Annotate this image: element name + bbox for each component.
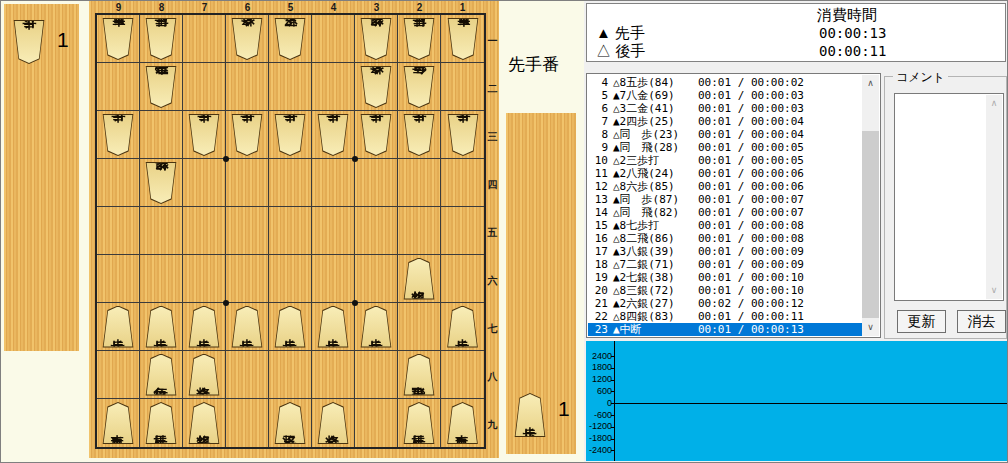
square-5九[interactable]: 玉将 xyxy=(269,399,312,447)
piece-face: 歩兵 xyxy=(317,307,349,347)
piece-face: 歩兵 xyxy=(102,115,134,155)
rank-label-八: 八 xyxy=(486,370,499,384)
move-time: 00:02 / 00:00:12 xyxy=(698,297,804,310)
move-time: 00:01 / 00:00:04 xyxy=(698,128,804,141)
piece-sente-歩兵[interactable]: 歩兵 xyxy=(273,306,307,348)
square-7五[interactable] xyxy=(183,207,226,255)
move-number: 12 xyxy=(588,180,608,193)
move-number: 11 xyxy=(588,167,608,180)
piece-gote-歩兵-in-hand[interactable]: 歩兵 xyxy=(12,20,46,64)
square-3五[interactable] xyxy=(355,207,398,255)
piece-face: 飛車 xyxy=(403,355,435,395)
move-number: 6 xyxy=(588,102,608,115)
piece-face: 香車 xyxy=(447,19,479,59)
piece-sente-角行[interactable]: 角行 xyxy=(144,354,178,396)
scroll-down-icon[interactable]: ∨ xyxy=(986,282,1002,299)
time-panel: 消費時間 ▲ 先手 00:00:13 △ 後手 00:00:11 xyxy=(586,3,1006,62)
square-2七[interactable] xyxy=(398,303,441,351)
move-row-14[interactable]: 14△同 飛(82)00:01 / 00:00:07 xyxy=(588,206,862,219)
piece-face: 銀将 xyxy=(188,403,220,443)
square-4八[interactable] xyxy=(312,351,355,399)
comment-scrollbar[interactable]: ∧ ∨ xyxy=(986,95,1002,299)
piece-sente-桂馬[interactable]: 桂馬 xyxy=(402,402,436,444)
board-grid: 香車桂馬金将王将銀将桂馬香車飛車金将角行歩兵歩兵歩兵歩兵歩兵歩兵歩兵歩兵銀将銀将… xyxy=(95,13,486,449)
square-6三[interactable]: 歩兵 xyxy=(226,111,269,159)
move-text: △8四銀(83) xyxy=(613,310,675,323)
move-time: 00:01 / 00:00:02 xyxy=(698,76,804,89)
rank-label-七: 七 xyxy=(486,322,499,336)
graph-tick-mark xyxy=(611,415,614,416)
move-text: △同 歩(23) xyxy=(613,128,679,141)
piece-face: 金将 xyxy=(188,355,220,395)
square-5三[interactable]: 歩兵 xyxy=(269,111,312,159)
piece-sente-歩兵-in-hand[interactable]: 歩兵 xyxy=(513,393,547,437)
move-text: △3二金(41) xyxy=(613,102,675,115)
move-number: 5 xyxy=(588,89,608,102)
move-number: 15 xyxy=(588,219,608,232)
piece-face: 歩兵 xyxy=(447,307,479,347)
piece-face: 歩兵 xyxy=(231,115,263,155)
square-9四[interactable] xyxy=(97,159,140,207)
square-1八[interactable] xyxy=(441,351,484,399)
square-7六[interactable] xyxy=(183,255,226,303)
square-3八[interactable] xyxy=(355,351,398,399)
piece-face: 銀将 xyxy=(403,259,435,299)
graph-tick-label--1800: -1800 xyxy=(586,434,612,443)
square-1二[interactable] xyxy=(441,63,484,111)
square-3九[interactable] xyxy=(355,399,398,447)
square-6八[interactable] xyxy=(226,351,269,399)
comment-group: コメント ∧ ∨ 更新 消去 xyxy=(884,76,1007,339)
square-8八[interactable]: 角行 xyxy=(140,351,183,399)
time-panel-title: 消費時間 xyxy=(817,6,877,25)
square-3二[interactable]: 金将 xyxy=(355,63,398,111)
move-text: ▲2八飛(24) xyxy=(613,167,675,180)
move-time: 00:01 / 00:00:06 xyxy=(698,180,804,193)
piece-sente-歩兵[interactable]: 歩兵 xyxy=(230,306,264,348)
piece-face: 歩兵 xyxy=(102,307,134,347)
piece-face: 歩兵 xyxy=(13,21,45,63)
square-9三[interactable]: 歩兵 xyxy=(97,111,140,159)
piece-face: 桂馬 xyxy=(145,403,177,443)
square-2六[interactable]: 銀将 xyxy=(398,255,441,303)
move-text: ▲3八銀(39) xyxy=(613,245,675,258)
piece-sente-銀将[interactable]: 銀将 xyxy=(402,258,436,300)
piece-sente-金将[interactable]: 金将 xyxy=(187,354,221,396)
move-number: 4 xyxy=(588,76,608,89)
piece-face: 角行 xyxy=(403,67,435,107)
piece-face: 金将 xyxy=(231,19,263,59)
hoshi-dot xyxy=(223,156,229,162)
graph-tick-label-1200: 1200 xyxy=(586,375,612,384)
square-6六[interactable] xyxy=(226,255,269,303)
square-3四[interactable] xyxy=(355,159,398,207)
move-number: 23 xyxy=(588,323,608,336)
square-9二[interactable] xyxy=(97,63,140,111)
square-2八[interactable]: 飛車 xyxy=(398,351,441,399)
move-text: △8六歩(85) xyxy=(613,180,675,193)
shogi-board: 987654321 一二三四五六七八九 香車桂馬金将王将銀将桂馬香車飛車金将角行… xyxy=(89,1,499,458)
piece-gote-香車[interactable]: 香車 xyxy=(101,18,135,60)
piece-face: 金将 xyxy=(317,403,349,443)
piece-face: 歩兵 xyxy=(403,115,435,155)
move-number: 18 xyxy=(588,258,608,271)
rank-label-九: 九 xyxy=(486,418,499,432)
graph-tick-mark xyxy=(611,391,614,392)
piece-face: 歩兵 xyxy=(274,115,306,155)
turn-indicator: 先手番 xyxy=(508,53,559,76)
piece-face: 飛車 xyxy=(145,67,177,107)
move-row-16[interactable]: 16△8二飛(86)00:01 / 00:00:08 xyxy=(588,232,862,245)
square-6二[interactable] xyxy=(226,63,269,111)
piece-face: 歩兵 xyxy=(360,307,392,347)
square-7九[interactable]: 銀将 xyxy=(183,399,226,447)
move-row-6[interactable]: 6△3二金(41)00:01 / 00:00:03 xyxy=(588,102,862,115)
move-number: 8 xyxy=(588,128,608,141)
square-1一[interactable]: 香車 xyxy=(441,15,484,63)
move-text: ▲2七銀(38) xyxy=(613,271,675,284)
move-text: ▲中断 xyxy=(613,323,642,336)
square-7七[interactable]: 歩兵 xyxy=(183,303,226,351)
hoshi-dot xyxy=(223,300,229,306)
move-text: ▲同 歩(87) xyxy=(613,193,679,206)
graph-tick-label-2400: 2400 xyxy=(586,352,612,361)
piece-face: 歩兵 xyxy=(145,307,177,347)
move-row-18[interactable]: 18△7二銀(71)00:01 / 00:00:09 xyxy=(588,258,862,271)
move-time: 00:01 / 00:00:11 xyxy=(698,310,804,323)
graph-tick-label--2400: -2400 xyxy=(586,446,612,455)
move-number: 22 xyxy=(588,310,608,323)
piece-gote-銀将[interactable]: 銀将 xyxy=(144,162,178,204)
move-text: ▲2六銀(27) xyxy=(613,297,675,310)
piece-gote-歩兵[interactable]: 歩兵 xyxy=(273,114,307,156)
update-button[interactable]: 更新 xyxy=(897,310,946,333)
hoshi-dot xyxy=(352,300,358,306)
piece-face: 香車 xyxy=(447,403,479,443)
move-time: 00:01 / 00:00:13 xyxy=(698,323,804,336)
move-row-7[interactable]: 7▲2四歩(25)00:01 / 00:00:04 xyxy=(588,115,862,128)
piece-gote-香車[interactable]: 香車 xyxy=(446,18,480,60)
move-text: ▲8七歩打 xyxy=(613,219,659,232)
scroll-up-icon[interactable]: ∧ xyxy=(862,75,879,92)
square-4一[interactable] xyxy=(312,15,355,63)
square-9六[interactable] xyxy=(97,255,140,303)
square-1四[interactable] xyxy=(441,159,484,207)
piece-gote-桂馬[interactable]: 桂馬 xyxy=(402,18,436,60)
piece-face: 王将 xyxy=(274,19,306,59)
square-4九[interactable]: 金将 xyxy=(312,399,355,447)
square-5五[interactable] xyxy=(269,207,312,255)
move-time: 00:01 / 00:00:05 xyxy=(698,154,804,167)
move-time: 00:01 / 00:00:03 xyxy=(698,102,804,115)
square-7三[interactable]: 歩兵 xyxy=(183,111,226,159)
sente-hand-count: 1 xyxy=(558,397,570,421)
move-row-11[interactable]: 11▲2八飛(24)00:01 / 00:00:06 xyxy=(588,167,862,180)
piece-sente-香車[interactable]: 香車 xyxy=(101,402,135,444)
move-text: ▲2四歩(25) xyxy=(613,115,675,128)
move-time: 00:01 / 00:00:08 xyxy=(698,232,804,245)
square-8一[interactable]: 桂馬 xyxy=(140,15,183,63)
move-row-10[interactable]: 10△2三歩打00:01 / 00:00:05 xyxy=(588,154,862,167)
piece-face: 桂馬 xyxy=(145,19,177,59)
square-1九[interactable]: 香車 xyxy=(441,399,484,447)
square-8二[interactable]: 飛車 xyxy=(140,63,183,111)
clear-button[interactable]: 消去 xyxy=(957,310,1006,333)
square-1六[interactable] xyxy=(441,255,484,303)
gote-time-value: 00:00:11 xyxy=(819,43,886,59)
move-list-scrollbar[interactable]: ∧ ∨ xyxy=(862,75,879,336)
square-9七[interactable]: 歩兵 xyxy=(97,303,140,351)
piece-face: 歩兵 xyxy=(514,394,546,436)
piece-face: 桂馬 xyxy=(403,19,435,59)
piece-gote-角行[interactable]: 角行 xyxy=(402,66,436,108)
square-9八[interactable] xyxy=(97,351,140,399)
graph-tick-label-600: 600 xyxy=(586,387,612,396)
graph-tick-mark xyxy=(611,450,614,451)
piece-sente-歩兵[interactable]: 歩兵 xyxy=(101,306,135,348)
square-2五[interactable] xyxy=(398,207,441,255)
board-area: 歩兵 1 987654321 一二三四五六七八九 香車桂馬金将王将銀将桂馬香車飛… xyxy=(1,1,584,462)
piece-gote-桂馬[interactable]: 桂馬 xyxy=(144,18,178,60)
move-text: △8三銀(72) xyxy=(613,284,675,297)
piece-sente-飛車[interactable]: 飛車 xyxy=(402,354,436,396)
move-row-15[interactable]: 15▲8七歩打00:01 / 00:00:08 xyxy=(588,219,862,232)
piece-sente-香車[interactable]: 香車 xyxy=(446,402,480,444)
square-1七[interactable]: 歩兵 xyxy=(441,303,484,351)
piece-face: 角行 xyxy=(145,355,177,395)
piece-face: 歩兵 xyxy=(231,307,263,347)
square-9五[interactable] xyxy=(97,207,140,255)
square-7八[interactable]: 金将 xyxy=(183,351,226,399)
square-2三[interactable]: 歩兵 xyxy=(398,111,441,159)
scroll-down-icon[interactable]: ∨ xyxy=(862,319,879,336)
square-7二[interactable] xyxy=(183,63,226,111)
move-row-5[interactable]: 5▲7八金(69)00:01 / 00:00:03 xyxy=(588,89,862,102)
rank-label-三: 三 xyxy=(486,130,499,144)
square-2四[interactable] xyxy=(398,159,441,207)
move-time: 00:01 / 00:00:06 xyxy=(698,167,804,180)
graph-tick-label-0: 0 xyxy=(586,399,612,408)
move-text: ▲7八金(69) xyxy=(613,89,675,102)
square-2九[interactable]: 桂馬 xyxy=(398,399,441,447)
move-number: 7 xyxy=(588,115,608,128)
square-4三[interactable]: 歩兵 xyxy=(312,111,355,159)
square-8五[interactable] xyxy=(140,207,183,255)
square-6七[interactable]: 歩兵 xyxy=(226,303,269,351)
square-4七[interactable]: 歩兵 xyxy=(312,303,355,351)
square-7一[interactable] xyxy=(183,15,226,63)
graph-tick-mark xyxy=(611,439,614,440)
square-1五[interactable] xyxy=(441,207,484,255)
square-8九[interactable]: 桂馬 xyxy=(140,399,183,447)
move-row-17[interactable]: 17▲3八銀(39)00:01 / 00:00:09 xyxy=(588,245,862,258)
piece-gote-歩兵[interactable]: 歩兵 xyxy=(316,114,350,156)
piece-face: 歩兵 xyxy=(274,307,306,347)
scroll-up-icon[interactable]: ∧ xyxy=(986,95,1002,112)
graph-tick-mark xyxy=(611,403,614,404)
move-text: △同 飛(82) xyxy=(613,206,679,219)
square-6四[interactable] xyxy=(226,159,269,207)
graph-tick-label-1800: 1800 xyxy=(586,363,612,372)
piece-face: 歩兵 xyxy=(447,115,479,155)
piece-face: 銀将 xyxy=(360,19,392,59)
move-time: 00:01 / 00:00:09 xyxy=(698,258,804,271)
move-time: 00:01 / 00:00:09 xyxy=(698,245,804,258)
piece-face: 桂馬 xyxy=(403,403,435,443)
piece-gote-王将[interactable]: 王将 xyxy=(273,18,307,60)
move-number: 17 xyxy=(588,245,608,258)
gote-captured-tray: 歩兵 1 xyxy=(4,4,79,351)
piece-face: 銀将 xyxy=(145,163,177,203)
square-6九[interactable] xyxy=(226,399,269,447)
square-5四[interactable] xyxy=(269,159,312,207)
move-row-4[interactable]: 4△8五歩(84)00:01 / 00:00:02 xyxy=(588,76,862,89)
square-4二[interactable] xyxy=(312,63,355,111)
rank-label-一: 一 xyxy=(486,34,499,48)
piece-sente-歩兵[interactable]: 歩兵 xyxy=(359,306,393,348)
square-2二[interactable]: 角行 xyxy=(398,63,441,111)
graph-tick-mark xyxy=(611,380,614,381)
move-number: 10 xyxy=(588,154,608,167)
square-8六[interactable] xyxy=(140,255,183,303)
move-number: 19 xyxy=(588,271,608,284)
move-row-21[interactable]: 21▲2六銀(27)00:02 / 00:00:12 xyxy=(588,297,862,310)
piece-face: 歩兵 xyxy=(317,115,349,155)
move-time: 00:01 / 00:00:05 xyxy=(698,141,804,154)
piece-face: 金将 xyxy=(360,67,392,107)
piece-gote-歩兵[interactable]: 歩兵 xyxy=(230,114,264,156)
graph-y-axis xyxy=(614,341,615,461)
move-time: 00:01 / 00:00:03 xyxy=(698,89,804,102)
square-3三[interactable]: 歩兵 xyxy=(355,111,398,159)
move-row-13[interactable]: 13▲同 歩(87)00:01 / 00:00:07 xyxy=(588,193,862,206)
scrollbar-thumb[interactable] xyxy=(862,131,879,318)
rank-label-二: 二 xyxy=(486,82,499,96)
piece-sente-歩兵[interactable]: 歩兵 xyxy=(144,306,178,348)
piece-face: 香車 xyxy=(102,19,134,59)
sente-time-value: 00:00:13 xyxy=(819,25,886,41)
square-4六[interactable] xyxy=(312,255,355,303)
square-6一[interactable]: 金将 xyxy=(226,15,269,63)
comment-box[interactable]: ∧ ∨ xyxy=(894,93,1004,301)
move-row-19[interactable]: 19▲2七銀(38)00:01 / 00:00:10 xyxy=(588,271,862,284)
move-number: 14 xyxy=(588,206,608,219)
piece-gote-飛車[interactable]: 飛車 xyxy=(144,66,178,108)
piece-face: 歩兵 xyxy=(188,307,220,347)
piece-sente-金将[interactable]: 金将 xyxy=(316,402,350,444)
square-8三[interactable] xyxy=(140,111,183,159)
square-5七[interactable]: 歩兵 xyxy=(269,303,312,351)
move-time: 00:01 / 00:00:10 xyxy=(698,271,804,284)
graph-tick-mark xyxy=(611,368,614,369)
graph-tick-label--600: -600 xyxy=(586,411,612,420)
piece-gote-歩兵[interactable]: 歩兵 xyxy=(402,114,436,156)
move-text: △7二銀(71) xyxy=(613,258,675,271)
square-5八[interactable] xyxy=(269,351,312,399)
square-1三[interactable]: 歩兵 xyxy=(441,111,484,159)
square-6五[interactable] xyxy=(226,207,269,255)
move-number: 9 xyxy=(588,141,608,154)
piece-gote-歩兵[interactable]: 歩兵 xyxy=(446,114,480,156)
piece-sente-歩兵[interactable]: 歩兵 xyxy=(187,306,221,348)
square-5一[interactable]: 王将 xyxy=(269,15,312,63)
square-3七[interactable]: 歩兵 xyxy=(355,303,398,351)
evaluation-graph: 2400180012006000-600-1200-1800-2400 xyxy=(586,341,1007,461)
piece-gote-歩兵[interactable]: 歩兵 xyxy=(101,114,135,156)
move-row-22[interactable]: 22△8四銀(83)00:01 / 00:00:11 xyxy=(588,310,862,323)
square-4四[interactable] xyxy=(312,159,355,207)
graph-tick-mark xyxy=(611,356,614,357)
piece-sente-歩兵[interactable]: 歩兵 xyxy=(446,306,480,348)
square-5六[interactable] xyxy=(269,255,312,303)
piece-gote-歩兵[interactable]: 歩兵 xyxy=(359,114,393,156)
gote-hand-count: 1 xyxy=(57,28,69,52)
square-7四[interactable] xyxy=(183,159,226,207)
sente-captured-tray: 歩兵 1 xyxy=(506,113,576,454)
piece-sente-銀将[interactable]: 銀将 xyxy=(187,402,221,444)
square-3一[interactable]: 銀将 xyxy=(355,15,398,63)
piece-face: 香車 xyxy=(102,403,134,443)
move-rows: 4△8五歩(84)00:01 / 00:00:025▲7八金(69)00:01 … xyxy=(588,76,862,336)
rank-label-四: 四 xyxy=(486,178,499,192)
move-text: ▲同 飛(28) xyxy=(613,141,679,154)
piece-gote-銀将[interactable]: 銀将 xyxy=(359,18,393,60)
square-9九[interactable]: 香車 xyxy=(97,399,140,447)
rank-label-六: 六 xyxy=(486,274,499,288)
move-list: 4△8五歩(84)00:01 / 00:00:025▲7八金(69)00:01 … xyxy=(586,73,881,338)
piece-gote-歩兵[interactable]: 歩兵 xyxy=(187,114,221,156)
square-9一[interactable]: 香車 xyxy=(97,15,140,63)
shogi-app-window: 歩兵 1 987654321 一二三四五六七八九 香車桂馬金将王将銀将桂馬香車飛… xyxy=(0,0,1008,463)
piece-sente-桂馬[interactable]: 桂馬 xyxy=(144,402,178,444)
gote-player-label: △ 後手 xyxy=(596,42,645,61)
move-number: 13 xyxy=(588,193,608,206)
move-row-20[interactable]: 20△8三銀(72)00:01 / 00:00:10 xyxy=(588,284,862,297)
move-row-23[interactable]: 23▲中断00:01 / 00:00:13 xyxy=(588,323,862,336)
move-time: 00:01 / 00:00:07 xyxy=(698,206,804,219)
square-2一[interactable]: 桂馬 xyxy=(398,15,441,63)
piece-gote-金将[interactable]: 金将 xyxy=(359,66,393,108)
graph-zero-line xyxy=(614,403,1007,404)
move-text: △2三歩打 xyxy=(613,154,659,167)
square-4五[interactable] xyxy=(312,207,355,255)
piece-sente-歩兵[interactable]: 歩兵 xyxy=(316,306,350,348)
rank-label-五: 五 xyxy=(486,226,499,240)
piece-face: 歩兵 xyxy=(188,115,220,155)
piece-face: 玉将 xyxy=(274,403,306,443)
comment-group-label: コメント xyxy=(893,69,948,86)
square-8四[interactable]: 銀将 xyxy=(140,159,183,207)
move-row-8[interactable]: 8△同 歩(23)00:01 / 00:00:04 xyxy=(588,128,862,141)
comment-text xyxy=(897,96,985,298)
square-3六[interactable] xyxy=(355,255,398,303)
move-number: 21 xyxy=(588,297,608,310)
move-number: 20 xyxy=(588,284,608,297)
graph-tick-mark xyxy=(611,427,614,428)
hoshi-dot xyxy=(352,156,358,162)
piece-gote-金将[interactable]: 金将 xyxy=(230,18,264,60)
move-time: 00:01 / 00:00:10 xyxy=(698,284,804,297)
move-row-12[interactable]: 12△8六歩(85)00:01 / 00:00:06 xyxy=(588,180,862,193)
move-time: 00:01 / 00:00:04 xyxy=(698,115,804,128)
move-text: △8二飛(86) xyxy=(613,232,675,245)
move-text: △8五歩(84) xyxy=(613,76,675,89)
square-8七[interactable]: 歩兵 xyxy=(140,303,183,351)
graph-tick-label--1200: -1200 xyxy=(586,422,612,431)
piece-sente-玉将[interactable]: 玉将 xyxy=(273,402,307,444)
move-row-9[interactable]: 9▲同 飛(28)00:01 / 00:00:05 xyxy=(588,141,862,154)
square-5二[interactable] xyxy=(269,63,312,111)
